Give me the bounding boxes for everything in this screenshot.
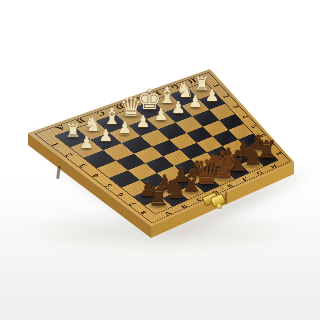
coordinate-label-5: 5 — [249, 124, 258, 129]
coordinate-label-8: 8 — [275, 151, 283, 156]
coordinate-label-G: G — [169, 83, 181, 91]
coordinate-label-B: B — [179, 203, 189, 209]
coordinate-label-H: H — [269, 163, 278, 169]
coordinate-label-4: 4 — [90, 173, 102, 179]
coordinate-label-A: A — [54, 124, 68, 132]
coordinate-label-1: 1 — [211, 83, 221, 88]
coordinate-label-7: 7 — [267, 142, 276, 147]
coordinate-label-1: 1 — [48, 141, 61, 147]
box-joint-notch — [56, 166, 61, 179]
coordinate-label-3: 3 — [77, 163, 89, 169]
coordinate-label-E: E — [133, 96, 144, 103]
coordinate-label-2: 2 — [221, 94, 231, 99]
coordinate-label-G: G — [255, 170, 264, 176]
coordinate-label-2: 2 — [63, 152, 76, 158]
coordinate-label-F: F — [152, 90, 163, 97]
coordinate-label-6: 6 — [258, 133, 267, 138]
coordinate-label-A: A — [163, 210, 173, 216]
coordinate-label-3: 3 — [231, 104, 241, 109]
brass-clasp-knob — [217, 204, 222, 209]
coordinate-label-6: 6 — [115, 192, 126, 198]
coordinate-label-D: D — [114, 103, 126, 111]
coordinate-label-B: B — [74, 117, 87, 125]
coordinate-label-8: 8 — [138, 210, 149, 215]
coordinate-label-7: 7 — [127, 201, 138, 207]
chess-set-photo: AA11BB22CC33DD44EE55FF66GG77HH88 ♜♞♝♛♚♝♞… — [0, 0, 320, 320]
coordinate-label-5: 5 — [103, 183, 115, 189]
coordinate-label-E: E — [226, 183, 235, 189]
chess-board: AA11BB22CC33DD44EE55FF66GG77HH88 — [28, 69, 294, 226]
coordinate-label-F: F — [241, 176, 249, 182]
coordinate-label-C: C — [94, 110, 107, 118]
coordinate-label-H: H — [187, 77, 198, 85]
coordinate-label-4: 4 — [240, 114, 249, 119]
playing-field — [56, 82, 278, 214]
